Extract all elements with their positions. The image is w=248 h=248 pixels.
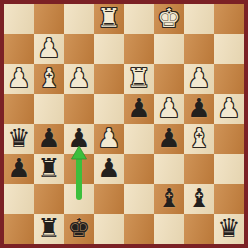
square-e2[interactable] [124,184,154,214]
square-d5[interactable] [94,94,124,124]
black-pawn[interactable]: ♟ [34,124,64,154]
square-e7[interactable] [124,34,154,64]
square-d4[interactable]: ♟ [94,124,124,154]
square-c4[interactable]: ♟ [64,124,94,154]
square-c1[interactable]: ♚ [64,214,94,244]
black-rook[interactable]: ♜ [34,154,64,184]
square-g5[interactable]: ♟ [184,94,214,124]
white-pawn[interactable]: ♟ [94,124,124,154]
white-bishop[interactable]: ♝ [184,124,214,154]
square-g7[interactable] [184,34,214,64]
black-pawn[interactable]: ♟ [154,124,184,154]
square-g3[interactable] [184,154,214,184]
square-b6[interactable]: ♝ [34,64,64,94]
square-f1[interactable] [154,214,184,244]
square-f5[interactable]: ♟ [154,94,184,124]
square-a2[interactable] [4,184,34,214]
black-pawn[interactable]: ♟ [4,154,34,184]
white-pawn[interactable]: ♟ [184,64,214,94]
white-rook[interactable]: ♜ [124,64,154,94]
chess-board: ♜♚♟♟♝♟♜♟♟♟♟♟♛♟♟♟♟♝♟♜♟♝♝♜♚♛ [0,0,248,248]
square-d6[interactable] [94,64,124,94]
square-a8[interactable] [4,4,34,34]
square-h1[interactable]: ♛ [214,214,244,244]
square-a4[interactable]: ♛ [4,124,34,154]
square-e6[interactable]: ♜ [124,64,154,94]
square-a1[interactable] [4,214,34,244]
white-king[interactable]: ♚ [154,4,184,34]
square-h8[interactable] [214,4,244,34]
square-a6[interactable]: ♟ [4,64,34,94]
square-e8[interactable] [124,4,154,34]
black-pawn[interactable]: ♟ [64,124,94,154]
white-pawn[interactable]: ♟ [214,94,244,124]
black-queen[interactable]: ♛ [4,124,34,154]
black-bishop[interactable]: ♝ [154,184,184,214]
white-bishop[interactable]: ♝ [34,64,64,94]
square-c2[interactable] [64,184,94,214]
white-pawn[interactable]: ♟ [4,64,34,94]
square-h7[interactable] [214,34,244,64]
square-g8[interactable] [184,4,214,34]
board-grid: ♜♚♟♟♝♟♜♟♟♟♟♟♛♟♟♟♟♝♟♜♟♝♝♜♚♛ [4,4,244,244]
square-b7[interactable]: ♟ [34,34,64,64]
white-pawn[interactable]: ♟ [154,94,184,124]
square-f3[interactable] [154,154,184,184]
square-e5[interactable]: ♟ [124,94,154,124]
black-king[interactable]: ♚ [64,214,94,244]
black-pawn[interactable]: ♟ [124,94,154,124]
square-f4[interactable]: ♟ [154,124,184,154]
square-d3[interactable]: ♟ [94,154,124,184]
square-c3[interactable] [64,154,94,184]
square-h6[interactable] [214,64,244,94]
square-c5[interactable] [64,94,94,124]
black-rook[interactable]: ♜ [34,214,64,244]
square-c8[interactable] [64,4,94,34]
square-b8[interactable] [34,4,64,34]
square-g4[interactable]: ♝ [184,124,214,154]
square-d8[interactable]: ♜ [94,4,124,34]
square-e1[interactable] [124,214,154,244]
white-rook[interactable]: ♜ [94,4,124,34]
square-f6[interactable] [154,64,184,94]
square-f2[interactable]: ♝ [154,184,184,214]
white-pawn[interactable]: ♟ [64,64,94,94]
square-d2[interactable] [94,184,124,214]
square-a3[interactable]: ♟ [4,154,34,184]
square-a7[interactable] [4,34,34,64]
black-queen[interactable]: ♛ [214,214,244,244]
square-b3[interactable]: ♜ [34,154,64,184]
square-b5[interactable] [34,94,64,124]
square-d7[interactable] [94,34,124,64]
square-g2[interactable]: ♝ [184,184,214,214]
square-e4[interactable] [124,124,154,154]
square-c7[interactable] [64,34,94,64]
square-h5[interactable]: ♟ [214,94,244,124]
square-a5[interactable] [4,94,34,124]
black-pawn[interactable]: ♟ [94,154,124,184]
square-b1[interactable]: ♜ [34,214,64,244]
square-e3[interactable] [124,154,154,184]
square-g6[interactable]: ♟ [184,64,214,94]
white-pawn[interactable]: ♟ [34,34,64,64]
square-h4[interactable] [214,124,244,154]
square-b4[interactable]: ♟ [34,124,64,154]
square-h2[interactable] [214,184,244,214]
black-pawn[interactable]: ♟ [184,94,214,124]
square-b2[interactable] [34,184,64,214]
black-bishop[interactable]: ♝ [184,184,214,214]
square-h3[interactable] [214,154,244,184]
square-g1[interactable] [184,214,214,244]
square-f7[interactable] [154,34,184,64]
square-c6[interactable]: ♟ [64,64,94,94]
square-f8[interactable]: ♚ [154,4,184,34]
square-d1[interactable] [94,214,124,244]
